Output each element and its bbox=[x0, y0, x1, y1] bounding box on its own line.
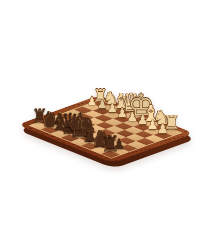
product-photo: ♜♞♝♛♚♝♞♜♟♟♟♟♟♟♟♟♟♟♟♟♟♟♟♟♜♞♝♛♚♝♞♜ bbox=[0, 0, 200, 250]
board-frame: ♜♞♝♛♚♝♞♜♟♟♟♟♟♟♟♟♟♟♟♟♟♟♟♟♜♞♝♛♚♝♞♜ bbox=[17, 95, 195, 163]
piece-white-rook: ♜ bbox=[86, 88, 116, 104]
